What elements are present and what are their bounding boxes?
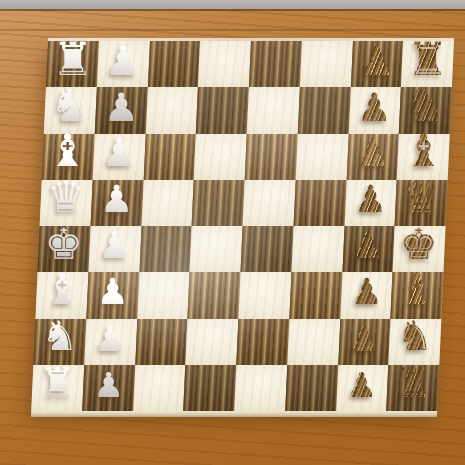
square-r3c4[interactable] [194, 134, 247, 180]
square-r8c8[interactable]: ♜ [386, 365, 439, 411]
piece-wN[interactable]: ♞ [41, 316, 78, 357]
square-r7c6[interactable] [287, 319, 340, 365]
piece-wN[interactable]: ♞ [50, 83, 91, 128]
piece-wB[interactable]: ♝ [48, 129, 88, 173]
piece-bR[interactable]: ♜ [395, 363, 431, 403]
square-r7c3[interactable] [135, 319, 188, 365]
square-r7c4[interactable] [186, 319, 239, 365]
square-r8c7[interactable]: ♟ [336, 365, 389, 411]
square-r8c1[interactable]: ♜ [31, 365, 84, 411]
piece-wP[interactable]: ♟ [93, 368, 124, 402]
piece-wP[interactable]: ♟ [98, 228, 131, 265]
piece-wP[interactable]: ♟ [100, 181, 134, 219]
piece-bN[interactable]: ♞ [397, 316, 434, 357]
square-r2c3[interactable] [145, 87, 198, 133]
square-r1c6[interactable] [300, 41, 353, 87]
square-r7c7[interactable]: ♟ [338, 319, 391, 365]
square-r7c8[interactable]: ♞ [389, 319, 442, 365]
square-r4c7[interactable]: ♟ [344, 180, 397, 226]
square-r6c5[interactable] [238, 272, 291, 318]
square-r4c6[interactable] [293, 180, 346, 226]
piece-bQ[interactable]: ♛ [402, 176, 441, 220]
square-r2c7[interactable]: ♟ [348, 87, 401, 133]
square-r4c5[interactable] [243, 180, 296, 226]
square-r6c2[interactable]: ♟ [86, 272, 139, 318]
square-r3c3[interactable] [143, 134, 196, 180]
piece-bP[interactable]: ♟ [352, 228, 385, 265]
wall-strip [0, 0, 465, 9]
square-r2c5[interactable] [247, 87, 300, 133]
square-r1c7[interactable]: ♟ [350, 41, 403, 87]
square-r5c4[interactable] [190, 226, 243, 272]
square-r1c5[interactable] [249, 41, 302, 87]
square-r6c4[interactable] [188, 272, 241, 318]
piece-wP[interactable]: ♟ [95, 321, 127, 356]
piece-bP[interactable]: ♟ [355, 134, 389, 172]
square-r8c5[interactable] [234, 365, 287, 411]
square-r7c1[interactable]: ♞ [33, 319, 86, 365]
piece-bP[interactable]: ♟ [348, 321, 380, 356]
piece-bP[interactable]: ♟ [350, 274, 382, 310]
square-r5c2[interactable]: ♟ [88, 226, 141, 272]
piece-bP[interactable]: ♟ [347, 368, 378, 402]
square-r8c6[interactable] [285, 365, 338, 411]
square-r4c2[interactable]: ♟ [90, 180, 143, 226]
square-r6c3[interactable] [137, 272, 190, 318]
square-r2c4[interactable] [196, 87, 249, 133]
square-r1c4[interactable] [198, 41, 251, 87]
square-r2c6[interactable] [298, 87, 351, 133]
square-r8c2[interactable]: ♟ [82, 365, 135, 411]
square-r2c2[interactable]: ♟ [95, 87, 148, 133]
piece-bP[interactable]: ♟ [359, 41, 395, 81]
square-r5c5[interactable] [240, 226, 293, 272]
piece-wP[interactable]: ♟ [102, 134, 136, 172]
piece-wP[interactable]: ♟ [103, 88, 138, 127]
square-r5c3[interactable] [139, 226, 192, 272]
table-edge-seam [0, 29, 465, 31]
square-r1c3[interactable] [147, 41, 200, 87]
square-r5c6[interactable] [291, 226, 344, 272]
square-r6c6[interactable] [289, 272, 342, 318]
piece-bK[interactable]: ♚ [400, 223, 438, 266]
square-r3c5[interactable] [245, 134, 298, 180]
piece-wP[interactable]: ♟ [105, 41, 141, 81]
piece-bB[interactable]: ♝ [398, 269, 436, 311]
square-r3c7[interactable]: ♟ [346, 134, 399, 180]
piece-wK[interactable]: ♚ [45, 223, 83, 266]
square-r4c3[interactable] [141, 180, 194, 226]
piece-wB[interactable]: ♝ [43, 269, 81, 311]
square-r7c2[interactable]: ♟ [84, 319, 137, 365]
square-r3c2[interactable]: ♟ [92, 134, 145, 180]
piece-bP[interactable]: ♟ [357, 88, 392, 127]
piece-bP[interactable]: ♟ [354, 181, 388, 219]
piece-wR[interactable]: ♜ [40, 363, 76, 403]
square-r4c4[interactable] [192, 180, 245, 226]
piece-wP[interactable]: ♟ [96, 274, 128, 310]
board-grid: ♜♟♟♜♞♟♟♞♝♟♟♝♛♟♟♛♚♟♟♚♝♟♟♝♞♟♟♞♜♟♟♜ [31, 41, 454, 411]
piece-wQ[interactable]: ♛ [46, 176, 85, 220]
square-r5c7[interactable]: ♟ [342, 226, 395, 272]
piece-bR[interactable]: ♜ [407, 36, 448, 82]
square-r8c4[interactable] [183, 365, 236, 411]
piece-bN[interactable]: ♞ [405, 83, 446, 128]
square-r1c2[interactable]: ♟ [97, 41, 150, 87]
square-r7c5[interactable] [236, 319, 289, 365]
piece-wR[interactable]: ♜ [52, 36, 93, 82]
square-r3c6[interactable] [295, 134, 348, 180]
chess-board: ♜♟♟♜♞♟♟♞♝♟♟♝♛♟♟♛♚♟♟♚♝♟♟♝♞♟♟♞♜♟♟♜ [31, 41, 454, 411]
piece-bB[interactable]: ♝ [403, 129, 443, 173]
square-r8c3[interactable] [133, 365, 186, 411]
square-r6c7[interactable]: ♟ [340, 272, 393, 318]
